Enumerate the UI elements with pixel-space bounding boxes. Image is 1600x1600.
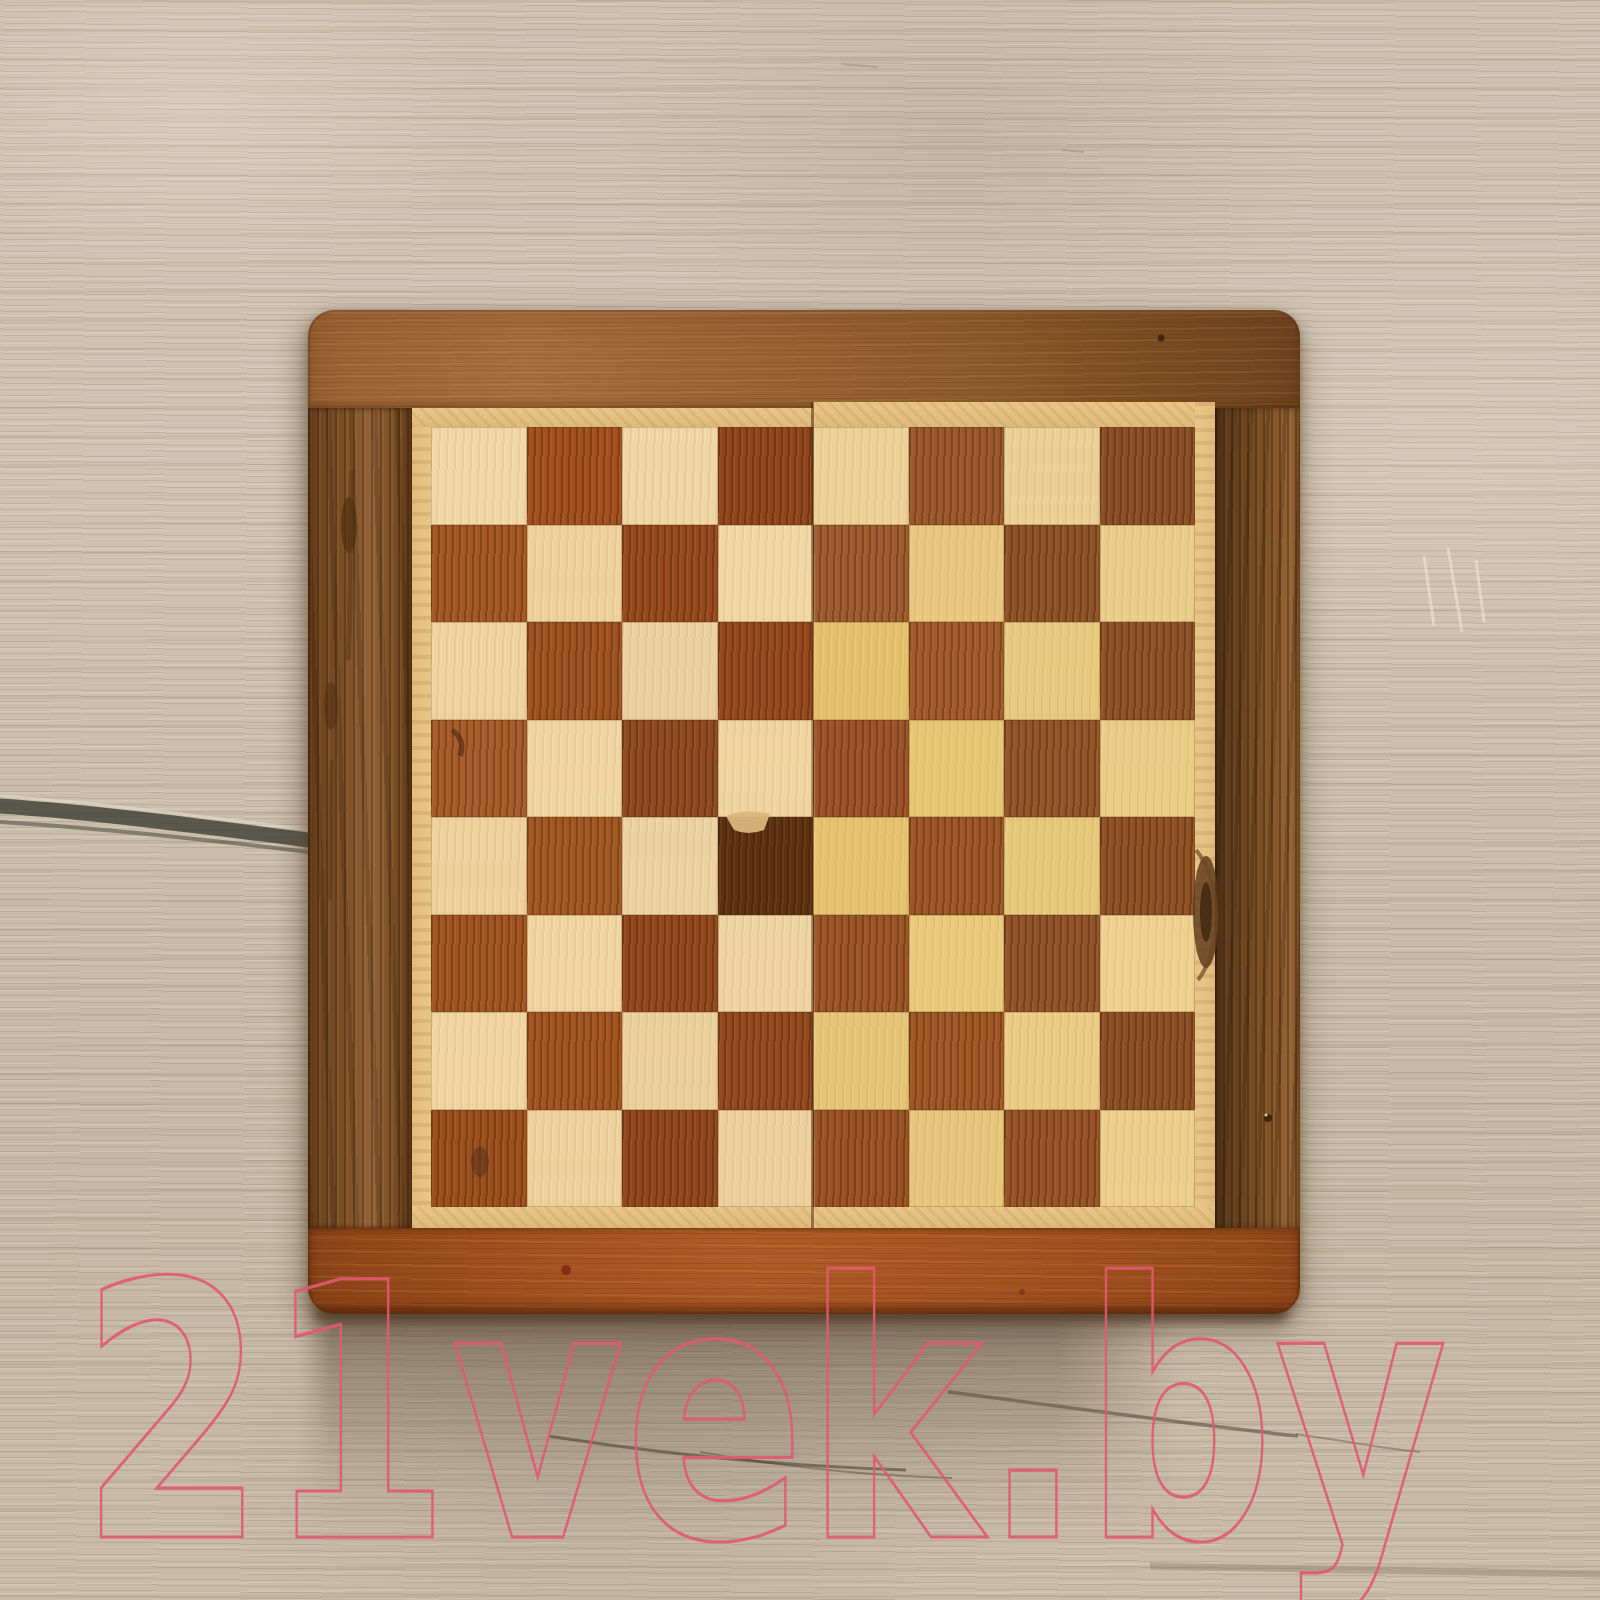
scene: 21vek.by: [0, 0, 1600, 1600]
watermark-text: 21vek.by: [80, 1208, 1448, 1600]
watermark: 21vek.by: [0, 0, 1600, 1600]
